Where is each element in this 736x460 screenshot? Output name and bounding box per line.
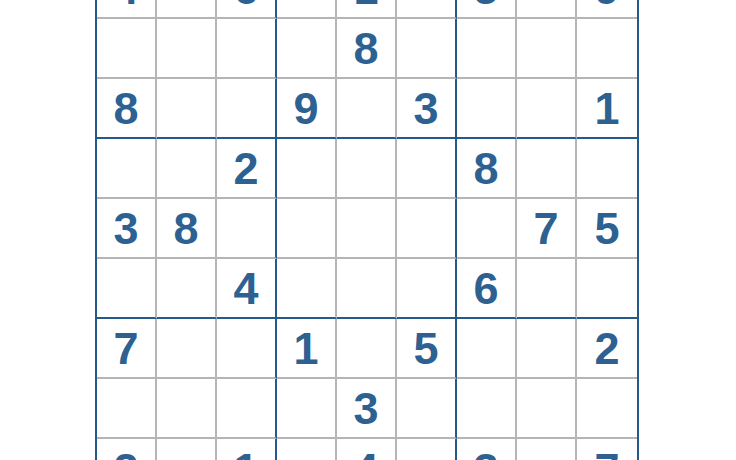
cell-r8c8[interactable] (517, 379, 577, 439)
cell-r4c3[interactable]: 2 (217, 139, 277, 199)
cell-r4c1[interactable] (97, 139, 157, 199)
cell-r2c4[interactable] (277, 19, 337, 79)
cell-r5c6[interactable] (397, 199, 457, 259)
cell-r1c2[interactable] (157, 0, 217, 19)
cell-r3c8[interactable] (517, 79, 577, 139)
cell-r7c4[interactable]: 1 (277, 319, 337, 379)
cell-r2c6[interactable] (397, 19, 457, 79)
cell-r6c5[interactable] (337, 259, 397, 319)
sudoku-board: 4615988931283875467152321437 (95, 0, 639, 460)
cell-r7c8[interactable] (517, 319, 577, 379)
cell-r5c7[interactable] (457, 199, 517, 259)
cell-r2c3[interactable] (217, 19, 277, 79)
cell-r9c9[interactable]: 7 (577, 439, 637, 460)
cell-r1c5[interactable]: 1 (337, 0, 397, 19)
cell-r5c1[interactable]: 3 (97, 199, 157, 259)
cell-r8c7[interactable] (457, 379, 517, 439)
cell-r1c7[interactable]: 5 (457, 0, 517, 19)
cell-r3c5[interactable] (337, 79, 397, 139)
cell-r6c1[interactable] (97, 259, 157, 319)
cell-r1c6[interactable] (397, 0, 457, 19)
cell-r9c6[interactable] (397, 439, 457, 460)
cell-r5c3[interactable] (217, 199, 277, 259)
cell-r2c5[interactable]: 8 (337, 19, 397, 79)
cell-r9c8[interactable] (517, 439, 577, 460)
cell-r5c9[interactable]: 5 (577, 199, 637, 259)
cell-r4c5[interactable] (337, 139, 397, 199)
cell-r3c6[interactable]: 3 (397, 79, 457, 139)
cell-r9c4[interactable] (277, 439, 337, 460)
cell-r7c1[interactable]: 7 (97, 319, 157, 379)
cell-r5c8[interactable]: 7 (517, 199, 577, 259)
cell-r6c8[interactable] (517, 259, 577, 319)
cell-r4c4[interactable] (277, 139, 337, 199)
cell-r3c9[interactable]: 1 (577, 79, 637, 139)
cell-r9c7[interactable]: 3 (457, 439, 517, 460)
cell-r1c4[interactable] (277, 0, 337, 19)
cell-r1c1[interactable]: 4 (97, 0, 157, 19)
cell-r9c2[interactable] (157, 439, 217, 460)
cell-r2c1[interactable] (97, 19, 157, 79)
cell-r9c1[interactable]: 2 (97, 439, 157, 460)
cell-r4c8[interactable] (517, 139, 577, 199)
cell-r7c7[interactable] (457, 319, 517, 379)
cell-r2c8[interactable] (517, 19, 577, 79)
cell-r6c6[interactable] (397, 259, 457, 319)
cell-r6c7[interactable]: 6 (457, 259, 517, 319)
cell-r5c4[interactable] (277, 199, 337, 259)
cell-r1c8[interactable] (517, 0, 577, 19)
cell-r6c2[interactable] (157, 259, 217, 319)
cell-r8c6[interactable] (397, 379, 457, 439)
cell-r3c7[interactable] (457, 79, 517, 139)
cell-r6c4[interactable] (277, 259, 337, 319)
cell-r7c5[interactable] (337, 319, 397, 379)
cell-r9c3[interactable]: 1 (217, 439, 277, 460)
cell-r6c9[interactable] (577, 259, 637, 319)
cell-r8c1[interactable] (97, 379, 157, 439)
cell-r8c3[interactable] (217, 379, 277, 439)
cell-r3c1[interactable]: 8 (97, 79, 157, 139)
cell-r7c9[interactable]: 2 (577, 319, 637, 379)
cell-r5c2[interactable]: 8 (157, 199, 217, 259)
cell-r8c5[interactable]: 3 (337, 379, 397, 439)
cell-r8c9[interactable] (577, 379, 637, 439)
cell-r4c2[interactable] (157, 139, 217, 199)
cell-r9c5[interactable]: 4 (337, 439, 397, 460)
cell-r4c7[interactable]: 8 (457, 139, 517, 199)
cell-r3c2[interactable] (157, 79, 217, 139)
cell-r7c3[interactable] (217, 319, 277, 379)
cell-r2c9[interactable] (577, 19, 637, 79)
cell-r1c3[interactable]: 6 (217, 0, 277, 19)
cell-r7c2[interactable] (157, 319, 217, 379)
cell-r4c9[interactable] (577, 139, 637, 199)
cell-r3c4[interactable]: 9 (277, 79, 337, 139)
cell-r5c5[interactable] (337, 199, 397, 259)
cell-r8c4[interactable] (277, 379, 337, 439)
cell-r4c6[interactable] (397, 139, 457, 199)
cell-r6c3[interactable]: 4 (217, 259, 277, 319)
cell-r2c2[interactable] (157, 19, 217, 79)
cell-r2c7[interactable] (457, 19, 517, 79)
cell-r3c3[interactable] (217, 79, 277, 139)
cell-r7c6[interactable]: 5 (397, 319, 457, 379)
cell-r8c2[interactable] (157, 379, 217, 439)
cell-r1c9[interactable]: 9 (577, 0, 637, 19)
